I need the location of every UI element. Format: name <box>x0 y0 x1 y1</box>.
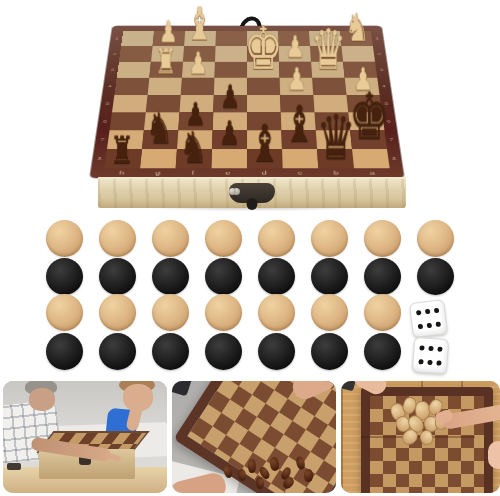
black-pawn: ♟ <box>220 81 241 111</box>
dark-checker-disc <box>152 333 189 370</box>
dark-checker-disc <box>364 258 401 295</box>
file-label: f <box>192 170 195 176</box>
board-square: ♝ <box>247 149 283 168</box>
light-checker-disc <box>417 220 454 257</box>
board-square <box>119 46 153 62</box>
board-square <box>117 62 151 78</box>
hand-right-edge <box>488 441 500 469</box>
board-square <box>211 149 247 168</box>
dark-checker-disc <box>205 333 242 370</box>
rank-label: 2 <box>113 52 117 55</box>
file-label: d <box>262 170 267 176</box>
rank-label: 8 <box>392 157 396 161</box>
rank-label: 1 <box>375 37 379 40</box>
checkers-row <box>46 258 454 295</box>
small-object <box>7 463 21 470</box>
man-face <box>29 388 55 411</box>
white-pawn: ♟ <box>285 33 305 62</box>
light-checker-disc <box>46 220 83 257</box>
product-photo-canvas: ♟♝♞♟♜♟♚♛♟♟♟♟♞♟♝♚♜♞♝♛ hgfedcba 12345678 1… <box>0 0 500 496</box>
white-queen: ♛ <box>310 24 346 77</box>
rank-label: 3 <box>380 68 384 71</box>
dark-checker-disc <box>46 333 83 370</box>
white-rook: ♜ <box>155 45 177 78</box>
board-square <box>341 46 375 62</box>
white-pawn: ♟ <box>287 65 307 95</box>
board-square: ♜ <box>149 62 183 78</box>
dark-checker-disc <box>311 333 348 370</box>
rank-label: 7 <box>100 138 104 142</box>
rank-label: 2 <box>377 52 381 55</box>
chess-board-grid: ♟♝♞♟♜♟♚♛♟♟♟♟♞♟♝♚♜♞♝♛ <box>104 31 389 168</box>
rank-label: 3 <box>110 68 114 71</box>
rank-label: 1 <box>115 37 119 40</box>
light-checker-disc <box>99 220 136 257</box>
light-checker-disc <box>99 294 136 331</box>
light-checker-disc <box>46 294 83 331</box>
black-queen: ♛ <box>316 109 356 167</box>
black-bishop: ♝ <box>248 119 281 168</box>
thumbnail-open-board-overhead <box>341 381 500 493</box>
dark-checker-disc <box>152 258 189 295</box>
board-square <box>282 149 318 168</box>
board-3d-scene: ♟♝♞♟♜♟♚♛♟♟♟♟♞♟♝♚♜♞♝♛ hgfedcba 12345678 1… <box>90 0 404 178</box>
board-square: ♟ <box>182 62 215 78</box>
dark-checker-disc <box>258 258 295 295</box>
file-label: b <box>333 170 338 176</box>
file-label: c <box>298 170 303 176</box>
checkers-row <box>46 333 401 370</box>
thumbnail-folded-board-with-pieces <box>172 381 336 493</box>
file-labels: hgfedcba <box>103 169 391 177</box>
board-square: ♚ <box>247 62 280 78</box>
board-square <box>214 62 247 78</box>
rank-label: 6 <box>103 119 107 123</box>
dark-checker-disc <box>99 333 136 370</box>
white-knight: ♞ <box>345 9 370 46</box>
board-square <box>312 78 346 95</box>
board-square <box>181 78 215 95</box>
board-square: ♞ <box>142 130 178 149</box>
board-square <box>148 78 182 95</box>
dark-checker-disc <box>205 258 242 295</box>
black-knight: ♞ <box>179 126 207 167</box>
light-checker-disc <box>152 294 189 331</box>
white-king: ♚ <box>244 21 283 78</box>
metal-clasp-icon <box>229 183 275 203</box>
folded-box-side <box>98 177 406 208</box>
board-square <box>216 31 247 46</box>
dark-checker-disc <box>99 258 136 295</box>
board-square <box>114 78 149 95</box>
board-square: ♟ <box>278 46 311 62</box>
board-square: ♟ <box>213 95 247 112</box>
file-label: e <box>225 170 230 176</box>
dark-checker-disc <box>364 333 401 370</box>
white-pawn: ♟ <box>188 48 208 77</box>
scattered-dark-pieces <box>224 451 320 491</box>
board-square <box>215 46 247 62</box>
board-square: ♛ <box>311 62 345 78</box>
light-checker-disc <box>205 220 242 257</box>
light-checker-disc <box>364 220 401 257</box>
checkers-pieces-area <box>46 220 456 375</box>
board-square <box>247 78 280 95</box>
thumbnail-family-playing <box>3 381 167 493</box>
black-pawn: ♟ <box>219 117 240 148</box>
dark-checker-disc <box>417 258 454 295</box>
checkers-row <box>46 220 454 257</box>
board-square <box>112 95 148 112</box>
black-rook: ♜ <box>110 132 134 168</box>
light-checker-disc <box>311 294 348 331</box>
white-bishop: ♝ <box>185 3 214 46</box>
board-square: ♜ <box>104 149 142 168</box>
dark-checker-disc <box>311 258 348 295</box>
board-square: ♞ <box>176 149 212 168</box>
rank-label: 8 <box>98 157 102 161</box>
file-label: h <box>119 170 125 176</box>
light-checker-disc <box>311 220 348 257</box>
black-bishop: ♝ <box>283 100 316 148</box>
dark-checker-disc <box>258 333 295 370</box>
board-square: ♟ <box>212 130 247 149</box>
board-square <box>121 31 154 46</box>
file-label: g <box>155 170 160 176</box>
rank-label: 4 <box>108 85 112 88</box>
light-checker-disc <box>258 294 295 331</box>
light-checker-disc <box>258 220 295 257</box>
board-square <box>247 95 281 112</box>
board-square: ♝ <box>281 130 317 149</box>
black-knight: ♞ <box>146 108 174 149</box>
chess-board: ♟♝♞♟♜♟♚♛♟♟♟♟♞♟♝♚♜♞♝♛ hgfedcba 12345678 1… <box>90 26 404 178</box>
checkers-row <box>46 294 401 331</box>
file-label: a <box>369 170 375 176</box>
board-square <box>140 149 177 168</box>
board-square: ♛ <box>317 149 354 168</box>
light-checker-disc <box>152 220 189 257</box>
rank-label: 5 <box>106 102 110 105</box>
light-checker-disc <box>364 294 401 331</box>
board-square: ♟ <box>280 78 314 95</box>
light-checker-disc <box>205 294 242 331</box>
dark-checker-disc <box>46 258 83 295</box>
board-square <box>352 149 390 168</box>
